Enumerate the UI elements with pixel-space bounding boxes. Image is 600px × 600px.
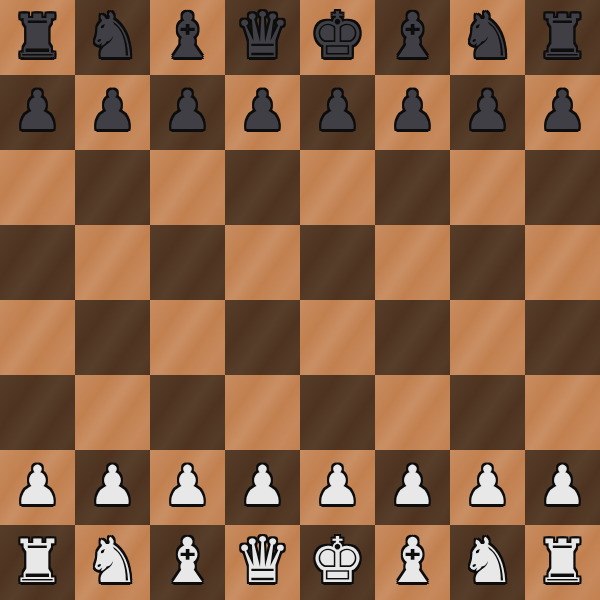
square-c4[interactable]: [150, 300, 225, 375]
square-h8[interactable]: ♜: [525, 0, 600, 75]
square-h2[interactable]: ♟: [525, 450, 600, 525]
square-a5[interactable]: [0, 225, 75, 300]
square-a6[interactable]: [0, 150, 75, 225]
square-h4[interactable]: [525, 300, 600, 375]
square-a3[interactable]: [0, 375, 75, 450]
piece-black-pawn[interactable]: ♟: [313, 84, 361, 138]
piece-white-bishop[interactable]: ♝: [385, 530, 441, 592]
piece-black-rook[interactable]: ♜: [536, 6, 590, 66]
square-g5[interactable]: [450, 225, 525, 300]
square-h6[interactable]: [525, 150, 600, 225]
square-e4[interactable]: [300, 300, 375, 375]
piece-white-pawn[interactable]: ♟: [238, 459, 286, 513]
square-c7[interactable]: ♟: [150, 75, 225, 150]
square-f5[interactable]: [375, 225, 450, 300]
square-f2[interactable]: ♟: [375, 450, 450, 525]
square-h5[interactable]: [525, 225, 600, 300]
piece-black-bishop[interactable]: ♝: [160, 5, 216, 67]
square-e5[interactable]: [300, 225, 375, 300]
square-f3[interactable]: [375, 375, 450, 450]
square-b3[interactable]: [75, 375, 150, 450]
square-c3[interactable]: [150, 375, 225, 450]
piece-white-pawn[interactable]: ♟: [163, 459, 211, 513]
square-e1[interactable]: ♚: [300, 525, 375, 600]
square-a7[interactable]: ♟: [0, 75, 75, 150]
square-d6[interactable]: [225, 150, 300, 225]
square-b6[interactable]: [75, 150, 150, 225]
square-h3[interactable]: [525, 375, 600, 450]
square-f7[interactable]: ♟: [375, 75, 450, 150]
square-d4[interactable]: [225, 300, 300, 375]
piece-black-queen[interactable]: ♛: [234, 4, 290, 67]
square-b8[interactable]: ♞: [75, 0, 150, 75]
piece-black-pawn[interactable]: ♟: [538, 84, 586, 138]
square-c8[interactable]: ♝: [150, 0, 225, 75]
square-g7[interactable]: ♟: [450, 75, 525, 150]
piece-black-bishop[interactable]: ♝: [385, 5, 441, 67]
piece-black-knight[interactable]: ♞: [460, 5, 516, 67]
square-c5[interactable]: [150, 225, 225, 300]
square-d7[interactable]: ♟: [225, 75, 300, 150]
square-f1[interactable]: ♝: [375, 525, 450, 600]
piece-white-rook[interactable]: ♜: [11, 531, 65, 591]
piece-white-pawn[interactable]: ♟: [388, 459, 436, 513]
piece-white-knight[interactable]: ♞: [460, 530, 516, 592]
piece-black-pawn[interactable]: ♟: [163, 84, 211, 138]
piece-black-king[interactable]: ♚: [309, 4, 365, 67]
square-a1[interactable]: ♜: [0, 525, 75, 600]
square-d5[interactable]: [225, 225, 300, 300]
square-b1[interactable]: ♞: [75, 525, 150, 600]
square-c2[interactable]: ♟: [150, 450, 225, 525]
piece-white-knight[interactable]: ♞: [85, 530, 141, 592]
square-d1[interactable]: ♛: [225, 525, 300, 600]
square-c1[interactable]: ♝: [150, 525, 225, 600]
square-c6[interactable]: [150, 150, 225, 225]
square-a2[interactable]: ♟: [0, 450, 75, 525]
square-a8[interactable]: ♜: [0, 0, 75, 75]
square-a4[interactable]: [0, 300, 75, 375]
square-g3[interactable]: [450, 375, 525, 450]
piece-black-pawn[interactable]: ♟: [13, 84, 61, 138]
square-b4[interactable]: [75, 300, 150, 375]
chess-app: ♜♞♝♛♚♝♞♜♟♟♟♟♟♟♟♟♟♟♟♟♟♟♟♟♜♞♝♛♚♝♞♜: [0, 0, 600, 600]
square-g8[interactable]: ♞: [450, 0, 525, 75]
piece-black-pawn[interactable]: ♟: [238, 84, 286, 138]
square-h7[interactable]: ♟: [525, 75, 600, 150]
piece-white-pawn[interactable]: ♟: [13, 459, 61, 513]
square-d2[interactable]: ♟: [225, 450, 300, 525]
square-f8[interactable]: ♝: [375, 0, 450, 75]
piece-black-pawn[interactable]: ♟: [463, 84, 511, 138]
square-b2[interactable]: ♟: [75, 450, 150, 525]
piece-black-pawn[interactable]: ♟: [388, 84, 436, 138]
square-e2[interactable]: ♟: [300, 450, 375, 525]
square-g1[interactable]: ♞: [450, 525, 525, 600]
square-e8[interactable]: ♚: [300, 0, 375, 75]
square-d3[interactable]: [225, 375, 300, 450]
square-e6[interactable]: [300, 150, 375, 225]
square-g4[interactable]: [450, 300, 525, 375]
square-f6[interactable]: [375, 150, 450, 225]
piece-white-pawn[interactable]: ♟: [463, 459, 511, 513]
piece-black-rook[interactable]: ♜: [11, 6, 65, 66]
piece-black-knight[interactable]: ♞: [85, 5, 141, 67]
square-g2[interactable]: ♟: [450, 450, 525, 525]
square-d8[interactable]: ♛: [225, 0, 300, 75]
piece-white-rook[interactable]: ♜: [536, 531, 590, 591]
square-f4[interactable]: [375, 300, 450, 375]
piece-black-pawn[interactable]: ♟: [88, 84, 136, 138]
piece-white-pawn[interactable]: ♟: [538, 459, 586, 513]
piece-white-pawn[interactable]: ♟: [88, 459, 136, 513]
square-e3[interactable]: [300, 375, 375, 450]
square-e7[interactable]: ♟: [300, 75, 375, 150]
square-h1[interactable]: ♜: [525, 525, 600, 600]
piece-white-king[interactable]: ♚: [309, 529, 365, 592]
piece-white-pawn[interactable]: ♟: [313, 459, 361, 513]
square-g6[interactable]: [450, 150, 525, 225]
piece-white-bishop[interactable]: ♝: [160, 530, 216, 592]
chess-board: ♜♞♝♛♚♝♞♜♟♟♟♟♟♟♟♟♟♟♟♟♟♟♟♟♜♞♝♛♚♝♞♜: [0, 0, 600, 600]
square-b5[interactable]: [75, 225, 150, 300]
piece-white-queen[interactable]: ♛: [234, 529, 290, 592]
square-b7[interactable]: ♟: [75, 75, 150, 150]
